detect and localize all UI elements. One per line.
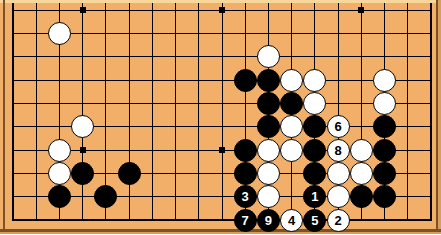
board-top-bevel-edge	[0, 0, 441, 3]
white-stone-Q4	[350, 139, 373, 162]
move-number-label: 4	[288, 214, 295, 227]
star-point	[80, 7, 86, 13]
grid-vline	[222, 3, 223, 221]
white-stone-C3	[48, 162, 71, 185]
white-stone-N4	[280, 139, 303, 162]
star-point	[80, 147, 86, 153]
grid-hline	[12, 80, 432, 81]
black-stone-L1-move-7: 7	[234, 209, 257, 232]
move-number-label: 7	[242, 214, 249, 227]
white-stone-P4-move-8: 8	[327, 139, 350, 162]
black-stone-R4	[373, 139, 396, 162]
black-stone-Q2	[350, 185, 373, 208]
move-number-label: 1	[311, 190, 318, 203]
white-stone-N7	[280, 69, 303, 92]
black-stone-L2-move-3: 3	[234, 185, 257, 208]
white-stone-M2	[257, 185, 280, 208]
grid-vline	[152, 3, 153, 221]
white-stone-Q3	[350, 162, 373, 185]
white-stone-C9	[48, 22, 71, 45]
black-stone-F3	[118, 162, 141, 185]
move-number-label: 6	[334, 120, 341, 133]
black-stone-O2-move-1: 1	[303, 185, 326, 208]
star-point	[219, 7, 225, 13]
white-stone-N1-move-4: 4	[280, 209, 303, 232]
grid-vline	[407, 3, 408, 221]
white-stone-C4	[48, 139, 71, 162]
grid-vline	[12, 3, 14, 221]
board-left-edge-line	[3, 0, 5, 234]
black-stone-O4	[303, 139, 326, 162]
white-stone-P3	[327, 162, 350, 185]
white-stone-P1-move-2: 2	[327, 209, 350, 232]
star-point	[358, 7, 364, 13]
white-stone-P2	[327, 185, 350, 208]
grid-vline	[82, 3, 83, 221]
black-stone-R2	[373, 185, 396, 208]
grid-vline	[129, 3, 130, 221]
grid-hline	[12, 56, 432, 57]
black-stone-O5	[303, 115, 326, 138]
black-stone-O3	[303, 162, 326, 185]
grid-hline	[12, 33, 432, 34]
black-stone-L7	[234, 69, 257, 92]
black-stone-R5	[373, 115, 396, 138]
black-stone-N6	[280, 92, 303, 115]
white-stone-O7	[303, 69, 326, 92]
move-number-label: 2	[334, 214, 341, 227]
white-stone-O6	[303, 92, 326, 115]
white-stone-D5	[71, 115, 94, 138]
move-number-label: 8	[334, 144, 341, 157]
go-board-diagram: 684231795	[0, 0, 441, 234]
white-stone-R7	[373, 69, 396, 92]
board-bottom-side-strip	[0, 232, 441, 235]
black-stone-R3	[373, 162, 396, 185]
grid-vline	[36, 3, 37, 221]
star-point	[219, 147, 225, 153]
black-stone-M5	[257, 115, 280, 138]
grid-vline	[175, 3, 176, 221]
black-stone-M6	[257, 92, 280, 115]
white-stone-M3	[257, 162, 280, 185]
black-stone-E2	[94, 185, 117, 208]
black-stone-L3	[234, 162, 257, 185]
grid-hline	[12, 103, 432, 104]
black-stone-L4	[234, 139, 257, 162]
black-stone-O1-move-5: 5	[303, 209, 326, 232]
grid-vline	[198, 3, 199, 221]
white-stone-P5-move-6: 6	[327, 115, 350, 138]
move-number-label: 9	[265, 214, 272, 227]
move-number-label: 3	[242, 190, 249, 203]
grid-hline	[12, 219, 432, 221]
black-stone-D3	[71, 162, 94, 185]
white-stone-M8	[257, 45, 280, 68]
black-stone-C2	[48, 185, 71, 208]
grid-vline	[430, 3, 432, 221]
white-stone-M4	[257, 139, 280, 162]
black-stone-M1-move-9: 9	[257, 209, 280, 232]
white-stone-R6	[373, 92, 396, 115]
move-number-label: 5	[311, 214, 318, 227]
black-stone-M7	[257, 69, 280, 92]
white-stone-N5	[280, 115, 303, 138]
